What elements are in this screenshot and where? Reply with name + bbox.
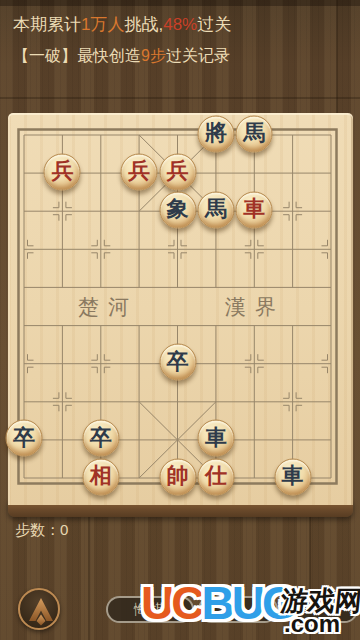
piece-glyph: 兵 xyxy=(167,160,189,182)
wood-seam xyxy=(0,97,360,99)
river-label-right: 漢界 xyxy=(225,293,285,321)
piece-red-相[interactable]: 相 xyxy=(82,458,119,495)
piece-red-兵[interactable]: 兵 xyxy=(44,153,81,190)
piece-red-仕[interactable]: 仕 xyxy=(197,458,234,495)
top-shadow-strip xyxy=(0,0,360,6)
wood-seam xyxy=(88,503,90,640)
piece-black-卒[interactable]: 卒 xyxy=(6,420,43,457)
move-counter-label: 步数： xyxy=(15,521,60,538)
piece-glyph: 兵 xyxy=(51,160,73,182)
piece-glyph: 相 xyxy=(90,465,112,487)
piece-glyph: 車 xyxy=(205,426,227,448)
header-text-segment: 本期累计 xyxy=(13,15,81,34)
up-arrow-icon xyxy=(24,594,58,628)
piece-glyph: 卒 xyxy=(167,350,189,372)
piece-glyph: 卒 xyxy=(90,426,112,448)
header-text-segment: 过关 xyxy=(197,15,231,34)
piece-glyph: 仕 xyxy=(205,465,227,487)
toolbar-button-middle[interactable] xyxy=(198,596,278,623)
piece-black-車[interactable]: 車 xyxy=(274,458,311,495)
piece-glyph: 兵 xyxy=(128,160,150,182)
river-label-left: 楚河 xyxy=(78,293,138,321)
expand-button[interactable] xyxy=(18,588,60,630)
toolbar-button-right[interactable] xyxy=(283,596,358,623)
piece-glyph: 馬 xyxy=(243,122,265,144)
piece-black-卒[interactable]: 卒 xyxy=(82,420,119,457)
piece-red-兵[interactable]: 兵 xyxy=(159,153,196,190)
header-text-segment: 过关记录 xyxy=(166,47,230,64)
piece-glyph: 象 xyxy=(167,198,189,220)
piece-red-帥[interactable]: 帥 xyxy=(159,458,196,495)
move-counter: 步数：0 xyxy=(15,521,68,540)
move-counter-value: 0 xyxy=(60,521,68,538)
xiangqi-board[interactable]: 楚河 漢界 將馬兵兵兵象馬車卒卒卒車相帥仕車 xyxy=(8,113,353,505)
undo-button-label: 悔棋 xyxy=(134,601,166,619)
wood-seam xyxy=(336,0,338,113)
header-text-segment: 挑战, xyxy=(124,15,163,34)
piece-black-馬[interactable]: 馬 xyxy=(236,115,273,152)
piece-glyph: 車 xyxy=(282,465,304,487)
challenge-stats-text: 本期累计1万人挑战,48%过关 xyxy=(13,13,231,36)
piece-black-車[interactable]: 車 xyxy=(197,420,234,457)
header-text-segment: 9步 xyxy=(141,47,166,64)
piece-glyph: 將 xyxy=(205,122,227,144)
piece-red-車[interactable]: 車 xyxy=(236,191,273,228)
piece-glyph: 帥 xyxy=(167,465,189,487)
piece-glyph: 馬 xyxy=(205,198,227,220)
piece-red-兵[interactable]: 兵 xyxy=(121,153,158,190)
header-text-segment: 48% xyxy=(163,15,197,34)
undo-button[interactable]: 悔棋 xyxy=(106,596,194,623)
piece-black-卒[interactable]: 卒 xyxy=(159,344,196,381)
piece-black-象[interactable]: 象 xyxy=(159,191,196,228)
piece-black-馬[interactable]: 馬 xyxy=(197,191,234,228)
piece-glyph: 車 xyxy=(243,198,265,220)
header-text-segment: 1万人 xyxy=(81,15,124,34)
header-text-segment: 【一破】最快创造 xyxy=(13,47,141,64)
piece-glyph: 卒 xyxy=(13,426,35,448)
piece-black-將[interactable]: 將 xyxy=(197,115,234,152)
record-text: 【一破】最快创造9步过关记录 xyxy=(13,46,230,67)
